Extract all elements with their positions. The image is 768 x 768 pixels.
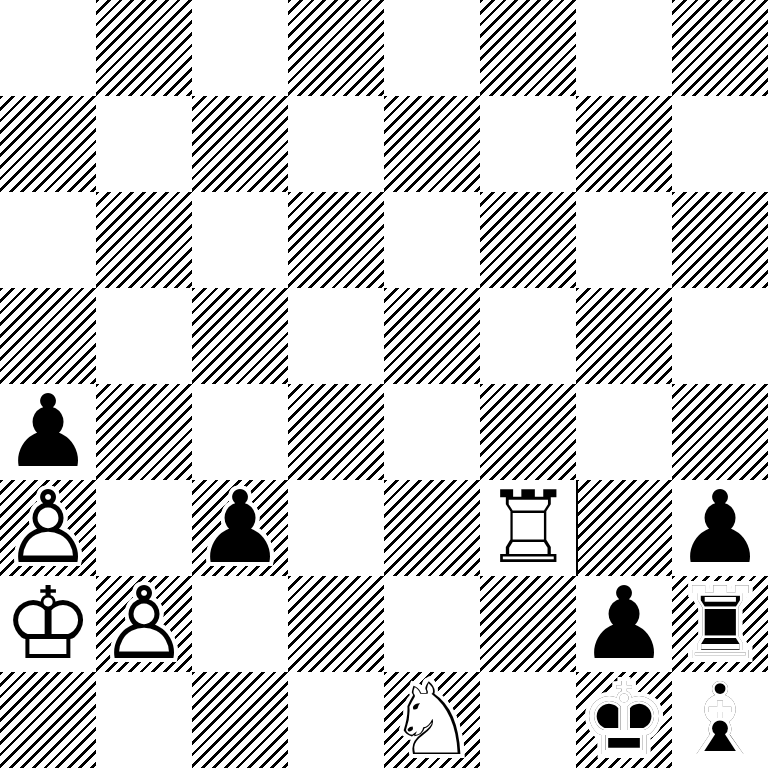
piece-black-bishop: ♝ — [672, 672, 768, 768]
square-d3[interactable] — [288, 480, 384, 576]
square-c7[interactable] — [192, 96, 288, 192]
square-a2[interactable]: ♚♚♔ — [0, 576, 96, 672]
piece-white-knight: ♘ — [384, 672, 480, 768]
piece-black-pawn: ♟ — [192, 480, 288, 576]
square-f3[interactable]: ♜♜♖ — [480, 480, 576, 576]
square-e5[interactable] — [384, 288, 480, 384]
piece-white-rook-halo: ♜ — [480, 480, 576, 576]
square-b6[interactable] — [96, 192, 192, 288]
square-d7[interactable] — [288, 96, 384, 192]
square-a8[interactable] — [0, 0, 96, 96]
piece-white-knight-halo: ♞ — [384, 672, 480, 768]
piece-white-king: ♔ — [0, 576, 96, 672]
square-f2[interactable] — [480, 576, 576, 672]
square-g4[interactable] — [576, 384, 672, 480]
square-f7[interactable] — [480, 96, 576, 192]
square-g8[interactable] — [576, 0, 672, 96]
square-d6[interactable] — [288, 192, 384, 288]
piece-black-bishop-detail: ♗ — [672, 672, 768, 768]
square-e2[interactable] — [384, 576, 480, 672]
square-a3[interactable]: ♟♟♙ — [0, 480, 96, 576]
square-b8[interactable] — [96, 0, 192, 96]
square-h2[interactable]: ♜♜♖ — [672, 576, 768, 672]
piece-black-rook-detail: ♖ — [672, 576, 768, 672]
square-d2[interactable] — [288, 576, 384, 672]
square-f4[interactable] — [480, 384, 576, 480]
square-g5[interactable] — [576, 288, 672, 384]
square-d1[interactable] — [288, 672, 384, 768]
piece-white-pawn-halo: ♟ — [0, 480, 96, 576]
square-d8[interactable] — [288, 0, 384, 96]
square-b5[interactable] — [96, 288, 192, 384]
square-c8[interactable] — [192, 0, 288, 96]
square-c5[interactable] — [192, 288, 288, 384]
square-g7[interactable] — [576, 96, 672, 192]
square-h6[interactable] — [672, 192, 768, 288]
piece-black-king: ♚ — [576, 672, 672, 768]
piece-white-pawn-halo: ♟ — [96, 576, 192, 672]
square-b3[interactable] — [96, 480, 192, 576]
square-h3[interactable]: ♟♟ — [672, 480, 768, 576]
square-a7[interactable] — [0, 96, 96, 192]
square-a6[interactable] — [0, 192, 96, 288]
square-f8[interactable] — [480, 0, 576, 96]
piece-black-rook-halo: ♜ — [672, 576, 768, 672]
square-h8[interactable] — [672, 0, 768, 96]
square-c6[interactable] — [192, 192, 288, 288]
piece-white-knight-fill: ♞ — [384, 672, 480, 768]
square-h7[interactable] — [672, 96, 768, 192]
square-c2[interactable] — [192, 576, 288, 672]
square-f5[interactable] — [480, 288, 576, 384]
piece-white-pawn-fill: ♟ — [96, 576, 192, 672]
square-a4[interactable]: ♟♟ — [0, 384, 96, 480]
square-b2[interactable]: ♟♟♙ — [96, 576, 192, 672]
square-b1[interactable] — [96, 672, 192, 768]
piece-white-pawn: ♙ — [96, 576, 192, 672]
square-g2[interactable]: ♟♟ — [576, 576, 672, 672]
piece-white-king-fill: ♚ — [0, 576, 96, 672]
square-h4[interactable] — [672, 384, 768, 480]
piece-white-pawn: ♙ — [0, 480, 96, 576]
square-b7[interactable] — [96, 96, 192, 192]
piece-white-king-halo: ♚ — [0, 576, 96, 672]
square-g1[interactable]: ♚♚♔ — [576, 672, 672, 768]
square-a1[interactable] — [0, 672, 96, 768]
square-e4[interactable] — [384, 384, 480, 480]
square-e1[interactable]: ♞♞♘ — [384, 672, 480, 768]
square-f6[interactable] — [480, 192, 576, 288]
piece-black-pawn: ♟ — [576, 576, 672, 672]
piece-black-king-detail: ♔ — [576, 672, 672, 768]
piece-black-pawn: ♟ — [672, 480, 768, 576]
piece-black-pawn-halo: ♟ — [192, 480, 288, 576]
square-c3[interactable]: ♟♟ — [192, 480, 288, 576]
square-e8[interactable] — [384, 0, 480, 96]
piece-white-rook: ♖ — [480, 480, 576, 576]
piece-black-pawn: ♟ — [0, 384, 96, 480]
piece-white-pawn-fill: ♟ — [0, 480, 96, 576]
square-d4[interactable] — [288, 384, 384, 480]
square-d5[interactable] — [288, 288, 384, 384]
chess-board: ♟♟♟♟♙♟♟♜♜♖♟♟♚♚♔♟♟♙♟♟♜♜♖♞♞♘♚♚♔♝♝♗ — [0, 0, 768, 768]
square-e7[interactable] — [384, 96, 480, 192]
square-a5[interactable] — [0, 288, 96, 384]
piece-black-king-halo: ♚ — [576, 672, 672, 768]
square-c1[interactable] — [192, 672, 288, 768]
square-g3[interactable] — [576, 480, 672, 576]
piece-white-rook-fill: ♜ — [480, 480, 576, 576]
square-f1[interactable] — [480, 672, 576, 768]
square-h1[interactable]: ♝♝♗ — [672, 672, 768, 768]
piece-black-pawn-halo: ♟ — [576, 576, 672, 672]
piece-black-bishop-halo: ♝ — [672, 672, 768, 768]
square-b4[interactable] — [96, 384, 192, 480]
square-e3[interactable] — [384, 480, 480, 576]
square-e6[interactable] — [384, 192, 480, 288]
square-g6[interactable] — [576, 192, 672, 288]
piece-black-pawn-halo: ♟ — [672, 480, 768, 576]
square-h5[interactable] — [672, 288, 768, 384]
piece-black-rook: ♜ — [672, 576, 768, 672]
square-c4[interactable] — [192, 384, 288, 480]
piece-black-pawn-halo: ♟ — [0, 384, 96, 480]
